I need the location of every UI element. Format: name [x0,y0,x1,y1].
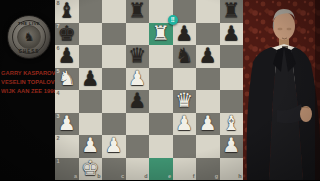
file-label-f: f [193,174,195,180]
square-d7[interactable] [126,23,150,46]
black-pawn-d4[interactable]: ♟ [128,90,146,110]
black-pawn-f7[interactable]: ♟ [175,23,193,43]
square-f1[interactable]: f [173,158,197,181]
square-b4[interactable] [79,90,103,113]
file-label-h: h [238,174,241,180]
black-pawn-h7[interactable]: ♟ [222,23,240,43]
rank-label-4: 4 [57,91,60,97]
black-bishop-a8[interactable]: ♝ [58,0,76,20]
left-panel: THE LIVE ♞ CHESS GARRY KASPAROV VS VESEL… [0,0,55,180]
square-c1[interactable]: c [102,158,126,181]
square-e1[interactable]: e [149,158,173,181]
square-f7[interactable]: ♟ [173,23,197,46]
square-h4[interactable] [220,90,244,113]
square-b5[interactable]: ♟ [79,68,103,91]
square-d2[interactable] [126,135,150,158]
file-label-d: d [144,174,147,180]
square-d6[interactable]: ♛ [126,45,150,68]
square-g4[interactable] [196,90,220,113]
square-f3[interactable]: ♟ [173,113,197,136]
square-g2[interactable] [196,135,220,158]
square-d4[interactable]: ♟ [126,90,150,113]
square-c2[interactable]: ♟ [102,135,126,158]
event-caption: GARRY KASPAROV VS VESELIN TOPALOV WIJK A… [1,69,54,96]
black-rook-h8[interactable]: ♜ [222,0,240,20]
square-b3[interactable] [79,113,103,136]
square-a2[interactable]: 2 [55,135,79,158]
rank-label-1: 1 [57,159,60,165]
white-queen-f4[interactable]: ♛ [175,90,193,110]
white-king-b1[interactable]: ♚ [81,158,99,178]
square-b2[interactable]: ♟ [79,135,103,158]
white-knight-a5[interactable]: ♞ [58,68,76,88]
square-d3[interactable] [126,113,150,136]
square-e4[interactable] [149,90,173,113]
square-a6[interactable]: 6♟ [55,45,79,68]
square-h2[interactable]: ♟ [220,135,244,158]
white-pawn-g3[interactable]: ♟ [199,113,217,133]
square-h7[interactable]: ♟ [220,23,244,46]
white-pawn-c2[interactable]: ♟ [105,135,123,155]
square-h1[interactable]: h [220,158,244,181]
square-b8[interactable] [79,0,103,23]
square-a7[interactable]: 7♚ [55,23,79,46]
brilliant-move-badge: !! [168,15,178,25]
square-e2[interactable] [149,135,173,158]
square-g6[interactable]: ♟ [196,45,220,68]
square-d5[interactable]: ♟ [126,68,150,91]
black-king-a7[interactable]: ♚ [58,23,76,43]
square-d8[interactable]: ♜ [126,0,150,23]
logo-text-bottom: CHESS [8,49,50,54]
logo-center: ♞ [17,25,41,49]
black-knight-f6[interactable]: ♞ [175,45,193,65]
white-pawn-h2[interactable]: ♟ [222,135,240,155]
file-label-a: a [74,174,77,180]
square-c4[interactable] [102,90,126,113]
kasparov-photo [243,0,320,180]
square-e6[interactable] [149,45,173,68]
square-b1[interactable]: b♚ [79,158,103,181]
thumbnail: THE LIVE ♞ CHESS GARRY KASPAROV VS VESEL… [0,0,320,180]
square-e7[interactable]: ♜!! [149,23,173,46]
square-c6[interactable] [102,45,126,68]
square-b7[interactable] [79,23,103,46]
square-h6[interactable] [220,45,244,68]
square-b6[interactable] [79,45,103,68]
square-h8[interactable]: ♜ [220,0,244,23]
caption-line-players-white: GARRY KASPAROV VS [1,69,54,78]
square-g3[interactable]: ♟ [196,113,220,136]
white-rook-e7[interactable]: ♜ [152,23,170,43]
file-label-g: g [215,174,218,180]
square-a1[interactable]: 1a [55,158,79,181]
square-f4[interactable]: ♛ [173,90,197,113]
square-a4[interactable]: 4 [55,90,79,113]
white-bishop-h3[interactable]: ♝ [222,113,240,133]
black-pawn-a6[interactable]: ♟ [58,45,76,65]
square-e3[interactable] [149,113,173,136]
square-f5[interactable] [173,68,197,91]
white-pawn-a3[interactable]: ♟ [58,113,76,133]
chess-board[interactable]: 8♝♜♜7♚♜!!♟♟6♟♛♞♟5♞♟♟4♟♛3♟♟♟♝2♟♟♟1ab♚cdef… [55,0,243,180]
black-queen-d6[interactable]: ♛ [128,45,146,65]
square-e5[interactable] [149,68,173,91]
square-g8[interactable] [196,0,220,23]
black-rook-d8[interactable]: ♜ [128,0,146,20]
square-h5[interactable] [220,68,244,91]
square-h3[interactable]: ♝ [220,113,244,136]
square-f6[interactable]: ♞ [173,45,197,68]
caption-line-players-black: VESELIN TOPALOV [1,78,54,87]
black-pawn-g6[interactable]: ♟ [199,45,217,65]
square-c3[interactable] [102,113,126,136]
square-c5[interactable] [102,68,126,91]
square-a8[interactable]: 8♝ [55,0,79,23]
rank-label-2: 2 [57,136,60,142]
white-pawn-d5[interactable]: ♟ [128,68,146,88]
knight-icon: ♞ [24,31,35,43]
square-a3[interactable]: 3♟ [55,113,79,136]
white-pawn-b2[interactable]: ♟ [81,135,99,155]
chess-channel-logo: THE LIVE ♞ CHESS [7,15,51,59]
file-label-c: c [121,174,124,180]
square-c8[interactable] [102,0,126,23]
square-g1[interactable]: g [196,158,220,181]
kasparov-portrait-svg [243,0,320,180]
square-a5[interactable]: 5♞ [55,68,79,91]
square-g5[interactable] [196,68,220,91]
file-label-e: e [168,174,171,180]
square-f2[interactable] [173,135,197,158]
square-g7[interactable] [196,23,220,46]
white-pawn-f3[interactable]: ♟ [175,113,193,133]
square-c7[interactable] [102,23,126,46]
caption-line-event: WIJK AAN ZEE 1999 [1,87,54,96]
square-d1[interactable]: d [126,158,150,181]
black-pawn-b5[interactable]: ♟ [81,68,99,88]
